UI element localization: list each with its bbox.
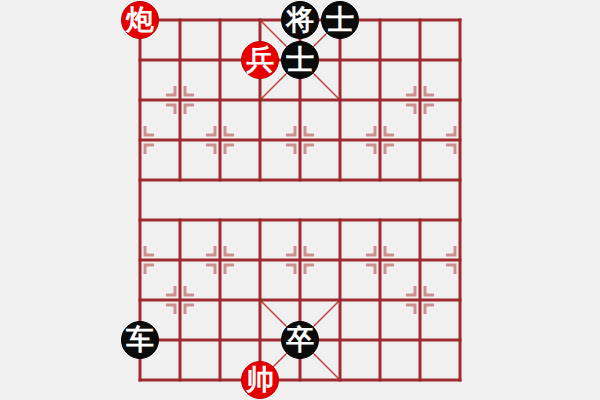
piece-red-soldier[interactable]: 兵: [241, 41, 279, 79]
piece-black-soldier[interactable]: 卒: [281, 321, 319, 359]
piece-layer[interactable]: 炮将士兵士车卒帅: [120, 0, 480, 400]
piece-red-general[interactable]: 帅: [241, 361, 279, 399]
xiangqi-board: 炮将士兵士车卒帅: [0, 0, 600, 400]
piece-black-advisor-2[interactable]: 士: [281, 41, 319, 79]
piece-black-advisor-1[interactable]: 士: [321, 1, 359, 39]
piece-black-general[interactable]: 将: [281, 1, 319, 39]
piece-black-chariot[interactable]: 车: [121, 321, 159, 359]
piece-red-cannon[interactable]: 炮: [121, 1, 159, 39]
